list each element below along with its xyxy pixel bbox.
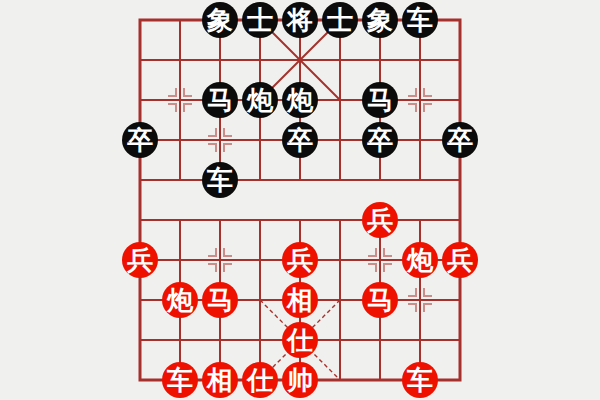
point-marker — [424, 288, 432, 296]
point-marker — [368, 248, 376, 256]
point-marker — [208, 128, 216, 136]
piece-black-general[interactable]: 将 — [282, 2, 318, 38]
piece-black-horse[interactable]: 马 — [202, 82, 238, 118]
point-marker — [408, 88, 416, 96]
piece-red-elephant[interactable]: 相 — [202, 362, 238, 398]
piece-red-cannon[interactable]: 炮 — [402, 242, 438, 278]
point-marker — [168, 88, 176, 96]
piece-black-chariot[interactable]: 车 — [202, 162, 238, 198]
piece-red-horse[interactable]: 马 — [362, 282, 398, 318]
point-marker — [224, 144, 232, 152]
piece-red-soldier[interactable]: 兵 — [362, 202, 398, 238]
piece-red-advisor[interactable]: 仕 — [242, 362, 278, 398]
piece-red-general[interactable]: 帅 — [282, 362, 318, 398]
point-marker — [368, 264, 376, 272]
point-marker — [424, 104, 432, 112]
piece-black-chariot[interactable]: 车 — [402, 2, 438, 38]
point-marker — [408, 104, 416, 112]
piece-black-elephant[interactable]: 象 — [202, 2, 238, 38]
piece-black-advisor[interactable]: 士 — [322, 2, 358, 38]
piece-black-horse[interactable]: 马 — [362, 82, 398, 118]
piece-red-cannon[interactable]: 炮 — [162, 282, 198, 318]
piece-black-cannon[interactable]: 炮 — [282, 82, 318, 118]
piece-red-chariot[interactable]: 车 — [402, 362, 438, 398]
piece-black-soldier[interactable]: 卒 — [362, 122, 398, 158]
point-marker — [208, 144, 216, 152]
piece-red-horse[interactable]: 马 — [202, 282, 238, 318]
point-marker — [184, 88, 192, 96]
piece-black-cannon[interactable]: 炮 — [242, 82, 278, 118]
piece-black-elephant[interactable]: 象 — [362, 2, 398, 38]
point-marker — [424, 88, 432, 96]
piece-black-soldier[interactable]: 卒 — [282, 122, 318, 158]
piece-black-soldier[interactable]: 卒 — [442, 122, 478, 158]
point-marker — [408, 304, 416, 312]
point-marker — [424, 304, 432, 312]
point-marker — [224, 128, 232, 136]
piece-red-soldier[interactable]: 兵 — [442, 242, 478, 278]
piece-black-soldier[interactable]: 卒 — [122, 122, 158, 158]
point-marker — [184, 104, 192, 112]
point-marker — [384, 248, 392, 256]
point-marker — [224, 248, 232, 256]
piece-red-soldier[interactable]: 兵 — [122, 242, 158, 278]
piece-black-advisor[interactable]: 士 — [242, 2, 278, 38]
point-marker — [208, 248, 216, 256]
piece-red-soldier[interactable]: 兵 — [282, 242, 318, 278]
piece-red-advisor[interactable]: 仕 — [282, 322, 318, 358]
piece-red-chariot[interactable]: 车 — [162, 362, 198, 398]
point-marker — [168, 104, 176, 112]
point-marker — [208, 264, 216, 272]
point-marker — [224, 264, 232, 272]
point-marker — [384, 264, 392, 272]
point-marker — [408, 288, 416, 296]
piece-red-elephant[interactable]: 相 — [282, 282, 318, 318]
xiangqi-app: 象士将士象车马炮炮马卒卒卒卒车兵兵兵炮兵炮马相马仕车相仕帅车 — [0, 0, 600, 400]
